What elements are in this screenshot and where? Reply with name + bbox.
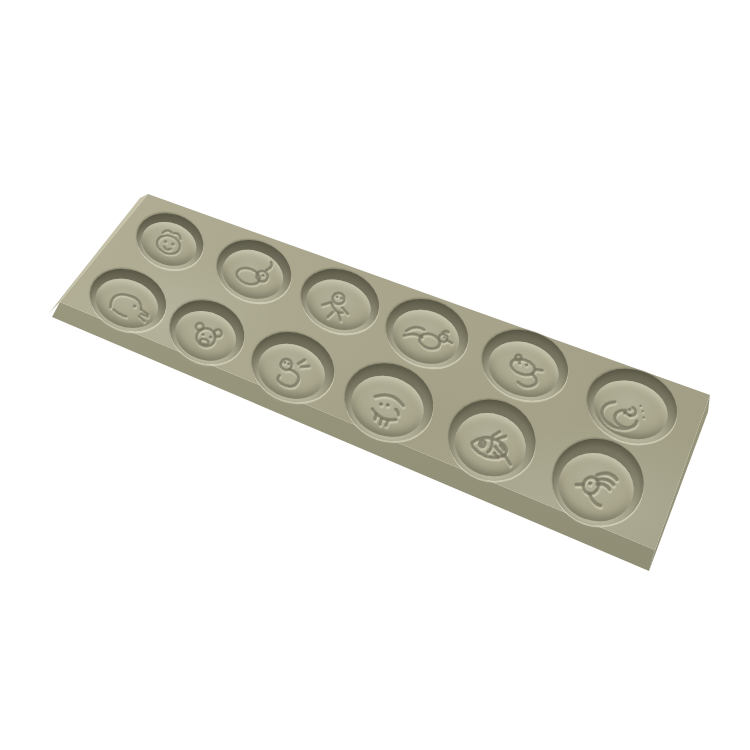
photo-canvas xyxy=(0,0,750,750)
mancala-board xyxy=(0,0,750,750)
